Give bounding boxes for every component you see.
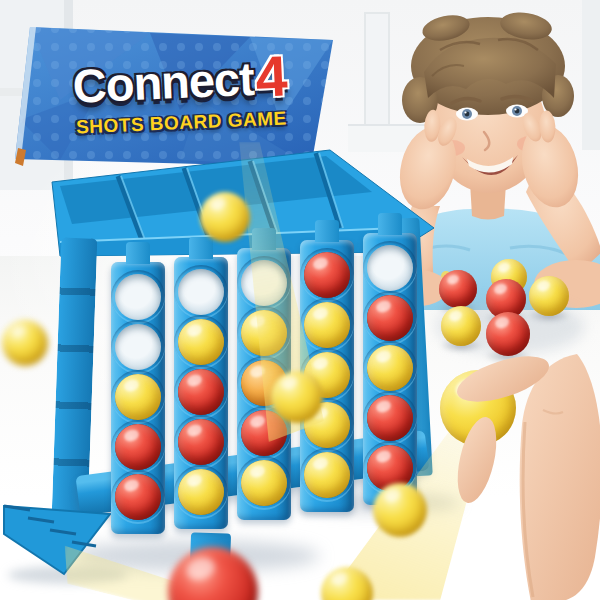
empty-hole xyxy=(367,245,413,291)
hand-holding-ball xyxy=(425,352,600,600)
sign-title: Connect4 xyxy=(36,44,322,113)
table-ball-4-yellow xyxy=(529,276,569,316)
hand-palm xyxy=(520,354,600,600)
boy-hair xyxy=(402,10,574,123)
cell-c1-r1 xyxy=(115,274,161,320)
board-ball-yellow xyxy=(178,319,224,365)
cell-c4-r5 xyxy=(304,452,350,498)
loose-ball-bounce-right xyxy=(373,483,427,537)
cell-c1-r2 xyxy=(115,324,161,370)
table-ball-5-yellow xyxy=(441,306,481,346)
cell-c5-r4 xyxy=(367,395,413,441)
empty-hole xyxy=(115,274,161,320)
board-ball-red xyxy=(304,252,350,298)
board-ball-yellow xyxy=(304,302,350,348)
cell-c4-r2 xyxy=(304,302,350,348)
cell-c2-r2 xyxy=(178,319,224,365)
table-ball-1-red xyxy=(439,270,477,308)
board-ball-red xyxy=(115,474,161,520)
empty-hole xyxy=(178,269,224,315)
board-ball-yellow xyxy=(367,345,413,391)
loose-ball-top-falling xyxy=(200,192,250,242)
cell-c4-r1 xyxy=(304,252,350,298)
cell-c2-r5 xyxy=(178,469,224,515)
board-ball-yellow xyxy=(178,469,224,515)
cell-c1-r4 xyxy=(115,424,161,470)
loose-ball-front-of-grid xyxy=(271,371,323,423)
board-ball-yellow xyxy=(115,374,161,420)
sign-title-accent: 4 xyxy=(254,43,287,108)
board-ball-yellow xyxy=(304,452,350,498)
board-column-5 xyxy=(363,233,417,505)
board-column-2 xyxy=(174,257,228,529)
cell-c2-r3 xyxy=(178,369,224,415)
board-ball-red xyxy=(367,295,413,341)
cell-c5-r2 xyxy=(367,295,413,341)
thumb xyxy=(451,413,504,506)
board-ball-red xyxy=(178,419,224,465)
cell-c2-r4 xyxy=(178,419,224,465)
product-photo-connect4-shots: Connect4 SHOTS BOARD GAME xyxy=(0,0,600,600)
board-ball-yellow xyxy=(241,460,287,506)
board-ball-red xyxy=(115,424,161,470)
cell-c5-r1 xyxy=(367,245,413,291)
cell-c5-r3 xyxy=(367,345,413,391)
cell-c1-r3 xyxy=(115,374,161,420)
sign-text: Connect4 SHOTS BOARD GAME xyxy=(36,44,323,138)
empty-hole xyxy=(115,324,161,370)
board-ball-red xyxy=(178,369,224,415)
board-column-1 xyxy=(111,262,165,534)
cell-c1-r5 xyxy=(115,474,161,520)
cell-c3-r5 xyxy=(241,460,287,506)
loose-ball-left-blur xyxy=(2,320,48,366)
table-ball-6-red xyxy=(486,312,530,356)
board-ball-red xyxy=(367,395,413,441)
cell-c2-r1 xyxy=(178,269,224,315)
